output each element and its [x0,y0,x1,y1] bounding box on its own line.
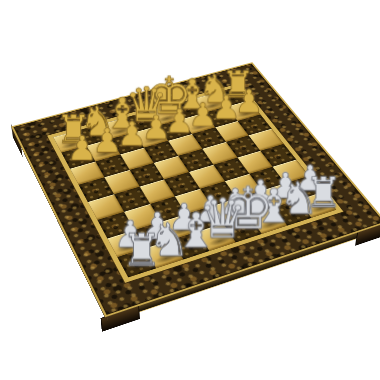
scene: ♜♞♝♛♚♝♞♜♟♟♟♟♟♟♟♟♟♟♟♟♟♟♟♟♜♞♝♛♚♝♞♜ [0,0,380,380]
piece-shadow [233,226,258,239]
product-photo: ♜♞♝♛♚♝♞♜♟♟♟♟♟♟♟♟♟♟♟♟♟♟♟♟♜♞♝♛♚♝♞♜ [0,0,380,380]
piece-shadow [68,155,92,166]
piece-shadow [294,185,318,197]
square-h3 [273,159,309,183]
piece-shadow [220,208,245,221]
piece-shadow [212,115,234,125]
board-foot-bottom-corner [100,305,140,332]
chessboard: ♜♞♝♛♚♝♞♜♟♟♟♟♟♟♟♟♟♟♟♟♟♟♟♟♜♞♝♛♚♝♞♜ [11,62,380,317]
piece-shadow [115,241,141,254]
piece-shadow [308,203,333,215]
board-foot-right-corner [355,221,380,246]
piece-shadow [207,235,233,248]
piece-shadow [283,210,308,223]
piece-shadow [153,252,179,266]
piece-shadow [180,243,206,257]
piece-shadow [142,233,168,246]
piece-shadow [126,260,152,274]
piece-shadow [84,133,107,144]
piece-silver-pawn: ♟ [279,161,341,196]
board-foot-left-corner [11,124,23,158]
square-a4 [88,194,124,219]
piece-shadow [258,218,283,231]
